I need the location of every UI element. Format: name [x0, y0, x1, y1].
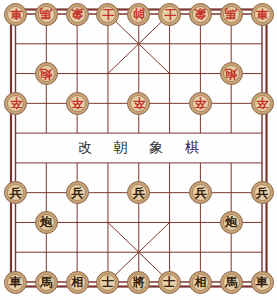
- piece-face: 士: [161, 274, 178, 291]
- piece-face: 馬: [38, 6, 55, 23]
- piece-face: 卒: [69, 95, 86, 112]
- piece-bottom-將-f4r9[interactable]: 將: [127, 271, 150, 294]
- piece-bottom-兵-f6r6[interactable]: 兵: [189, 181, 212, 204]
- piece-face: 兵: [254, 184, 271, 201]
- piece-face: 車: [7, 6, 24, 23]
- piece-bottom-炮-f7r7[interactable]: 炮: [220, 211, 243, 234]
- piece-character: 兵: [10, 187, 22, 199]
- piece-character: 卒: [256, 97, 268, 109]
- piece-bottom-馬-f7r9[interactable]: 馬: [220, 271, 243, 294]
- piece-face: 象: [192, 6, 209, 23]
- piece-character: 象: [71, 8, 83, 20]
- piece-character: 馬: [40, 8, 52, 20]
- piece-top-象-f6r0[interactable]: 象: [189, 3, 212, 26]
- piece-face: 士: [161, 6, 178, 23]
- piece-top-炮-f1r2[interactable]: 炮: [35, 62, 58, 85]
- piece-face: 士: [99, 274, 116, 291]
- piece-face: 兵: [7, 184, 24, 201]
- piece-character: 卒: [10, 97, 22, 109]
- piece-face: 士: [99, 6, 116, 23]
- piece-character: 士: [102, 276, 114, 288]
- piece-bottom-相-f6r9[interactable]: 相: [189, 271, 212, 294]
- piece-top-卒-f0r3[interactable]: 卒: [4, 92, 27, 115]
- piece-face: 兵: [192, 184, 209, 201]
- piece-top-馬-f7r0[interactable]: 馬: [220, 3, 243, 26]
- piece-character: 相: [194, 276, 206, 288]
- piece-character: 車: [256, 276, 268, 288]
- river-text: 改 朝 象 棋: [0, 139, 277, 157]
- piece-character: 馬: [40, 276, 52, 288]
- piece-bottom-車-f0r9[interactable]: 車: [4, 271, 27, 294]
- piece-top-象-f2r0[interactable]: 象: [66, 3, 89, 26]
- piece-top-士-f3r0[interactable]: 士: [96, 3, 119, 26]
- piece-character: 兵: [133, 187, 145, 199]
- piece-bottom-士-f5r9[interactable]: 士: [158, 271, 181, 294]
- piece-character: 士: [164, 276, 176, 288]
- xiangqi-board: 改 朝 象 棋 車馬象士帥士象馬車炮炮卒卒卒卒卒兵兵兵兵兵炮炮車馬相士將士相馬車: [0, 0, 277, 300]
- piece-face: 帥: [130, 6, 147, 23]
- piece-character: 炮: [40, 68, 52, 80]
- piece-character: 車: [256, 8, 268, 20]
- piece-character: 炮: [225, 216, 237, 228]
- piece-top-卒-f8r3[interactable]: 卒: [251, 92, 274, 115]
- piece-character: 車: [10, 276, 22, 288]
- piece-face: 馬: [223, 274, 240, 291]
- piece-bottom-炮-f1r7[interactable]: 炮: [35, 211, 58, 234]
- piece-bottom-兵-f8r6[interactable]: 兵: [251, 181, 274, 204]
- piece-bottom-相-f2r9[interactable]: 相: [66, 271, 89, 294]
- piece-character: 象: [194, 8, 206, 20]
- piece-bottom-車-f8r9[interactable]: 車: [251, 271, 274, 294]
- piece-face: 炮: [223, 214, 240, 231]
- piece-character: 車: [10, 8, 22, 20]
- piece-face: 相: [192, 274, 209, 291]
- piece-character: 卒: [71, 97, 83, 109]
- piece-top-卒-f2r3[interactable]: 卒: [66, 92, 89, 115]
- piece-face: 象: [69, 6, 86, 23]
- piece-face: 馬: [38, 274, 55, 291]
- piece-character: 兵: [256, 187, 268, 199]
- piece-top-卒-f6r3[interactable]: 卒: [189, 92, 212, 115]
- piece-bottom-馬-f1r9[interactable]: 馬: [35, 271, 58, 294]
- piece-face: 卒: [254, 95, 271, 112]
- piece-character: 將: [133, 276, 145, 288]
- piece-face: 馬: [223, 6, 240, 23]
- piece-face: 炮: [223, 65, 240, 82]
- piece-character: 卒: [194, 97, 206, 109]
- piece-face: 兵: [130, 184, 147, 201]
- piece-face: 車: [254, 6, 271, 23]
- piece-bottom-士-f3r9[interactable]: 士: [96, 271, 119, 294]
- piece-character: 帥: [133, 8, 145, 20]
- piece-character: 兵: [194, 187, 206, 199]
- piece-character: 炮: [40, 216, 52, 228]
- piece-top-車-f0r0[interactable]: 車: [4, 3, 27, 26]
- piece-face: 卒: [192, 95, 209, 112]
- piece-character: 馬: [225, 8, 237, 20]
- piece-top-士-f5r0[interactable]: 士: [158, 3, 181, 26]
- piece-face: 炮: [38, 214, 55, 231]
- piece-face: 將: [130, 274, 147, 291]
- piece-top-馬-f1r0[interactable]: 馬: [35, 3, 58, 26]
- piece-face: 車: [7, 274, 24, 291]
- piece-face: 兵: [69, 184, 86, 201]
- piece-face: 炮: [38, 65, 55, 82]
- piece-face: 卒: [7, 95, 24, 112]
- piece-character: 士: [164, 8, 176, 20]
- piece-character: 卒: [133, 97, 145, 109]
- piece-face: 車: [254, 274, 271, 291]
- piece-top-帥-f4r0[interactable]: 帥: [127, 3, 150, 26]
- piece-face: 卒: [130, 95, 147, 112]
- piece-bottom-兵-f2r6[interactable]: 兵: [66, 181, 89, 204]
- piece-character: 馬: [225, 276, 237, 288]
- piece-top-卒-f4r3[interactable]: 卒: [127, 92, 150, 115]
- piece-face: 相: [69, 274, 86, 291]
- piece-top-炮-f7r2[interactable]: 炮: [220, 62, 243, 85]
- piece-character: 炮: [225, 68, 237, 80]
- piece-character: 相: [71, 276, 83, 288]
- piece-character: 士: [102, 8, 114, 20]
- piece-top-車-f8r0[interactable]: 車: [251, 3, 274, 26]
- piece-character: 兵: [71, 187, 83, 199]
